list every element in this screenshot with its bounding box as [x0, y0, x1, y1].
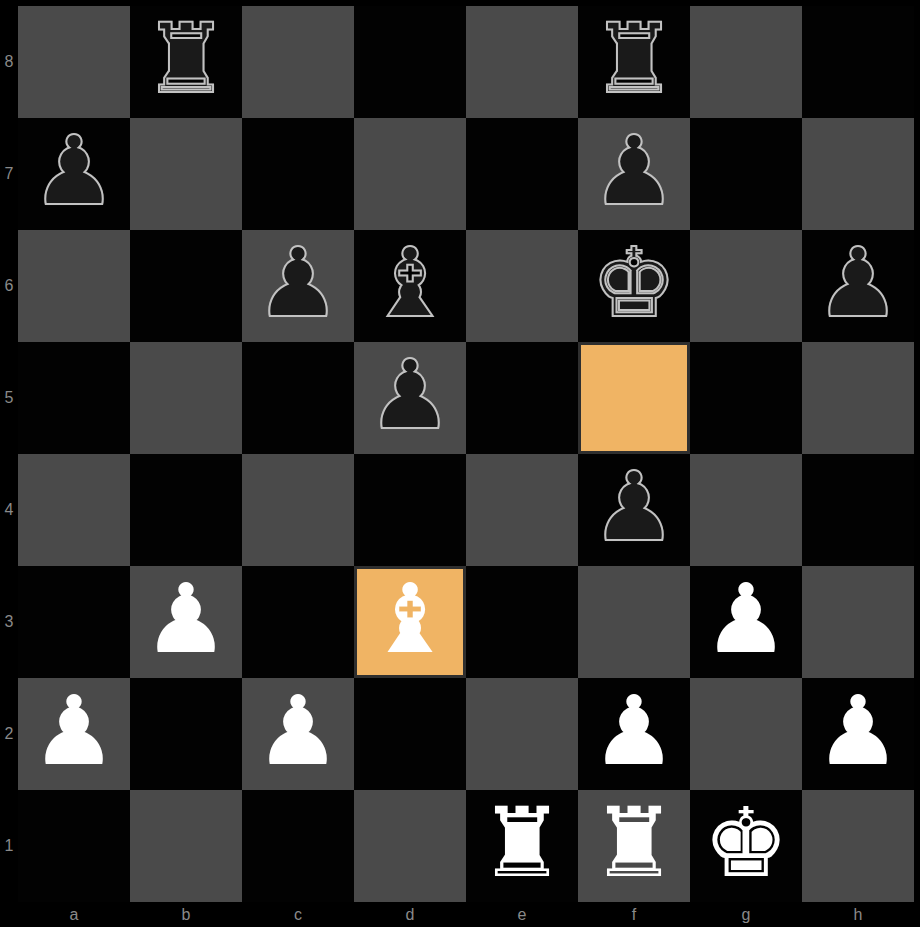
piece-black-bishop[interactable]: ♝ — [367, 235, 453, 331]
rank-label-7: 7 — [0, 118, 18, 230]
square-f4[interactable]: ♟ — [578, 454, 690, 566]
square-a8[interactable] — [18, 6, 130, 118]
square-c1[interactable] — [242, 790, 354, 902]
piece-white-rook[interactable]: ♜ — [479, 795, 565, 891]
file-label-b: b — [130, 902, 242, 927]
square-a6[interactable] — [18, 230, 130, 342]
file-label-f: f — [578, 902, 690, 927]
square-e2[interactable] — [466, 678, 578, 790]
square-g7[interactable] — [690, 118, 802, 230]
square-e1[interactable]: ♜ — [466, 790, 578, 902]
square-f3[interactable] — [578, 566, 690, 678]
square-a5[interactable] — [18, 342, 130, 454]
square-d3[interactable]: ♝ — [354, 566, 466, 678]
square-f2[interactable]: ♟ — [578, 678, 690, 790]
piece-black-pawn[interactable]: ♟ — [367, 347, 453, 443]
square-a7[interactable]: ♟ — [18, 118, 130, 230]
square-d6[interactable]: ♝ — [354, 230, 466, 342]
square-b5[interactable] — [130, 342, 242, 454]
square-e4[interactable] — [466, 454, 578, 566]
rank-label-2: 2 — [0, 678, 18, 790]
file-label-a: a — [18, 902, 130, 927]
square-c3[interactable] — [242, 566, 354, 678]
piece-black-king[interactable]: ♚ — [591, 235, 677, 331]
square-g1[interactable]: ♚ — [690, 790, 802, 902]
square-g2[interactable] — [690, 678, 802, 790]
rank-label-8: 8 — [0, 6, 18, 118]
rank-labels: 87654321 — [0, 6, 18, 902]
piece-white-bishop[interactable]: ♝ — [367, 571, 453, 667]
square-b3[interactable]: ♟ — [130, 566, 242, 678]
square-d1[interactable] — [354, 790, 466, 902]
piece-black-pawn[interactable]: ♟ — [815, 235, 901, 331]
square-e5[interactable] — [466, 342, 578, 454]
square-g3[interactable]: ♟ — [690, 566, 802, 678]
square-f6[interactable]: ♚ — [578, 230, 690, 342]
square-c5[interactable] — [242, 342, 354, 454]
chess-board[interactable]: ♜♜♟♟♟♝♚♟♟♟♟♝♟♟♟♟♟♜♜♚ — [18, 6, 914, 902]
square-f8[interactable]: ♜ — [578, 6, 690, 118]
square-g4[interactable] — [690, 454, 802, 566]
piece-white-king[interactable]: ♚ — [703, 795, 789, 891]
square-f1[interactable]: ♜ — [578, 790, 690, 902]
rank-label-4: 4 — [0, 454, 18, 566]
piece-white-pawn[interactable]: ♟ — [31, 683, 117, 779]
square-c4[interactable] — [242, 454, 354, 566]
square-c7[interactable] — [242, 118, 354, 230]
square-b8[interactable]: ♜ — [130, 6, 242, 118]
file-label-h: h — [802, 902, 914, 927]
square-f5[interactable] — [578, 342, 690, 454]
square-a3[interactable] — [18, 566, 130, 678]
square-e8[interactable] — [466, 6, 578, 118]
square-c2[interactable]: ♟ — [242, 678, 354, 790]
square-c8[interactable] — [242, 6, 354, 118]
rank-label-1: 1 — [0, 790, 18, 902]
square-h1[interactable] — [802, 790, 914, 902]
chess-board-screen: 87654321 ♜♜♟♟♟♝♚♟♟♟♟♝♟♟♟♟♟♜♜♚ abcdefgh — [0, 0, 920, 927]
square-h4[interactable] — [802, 454, 914, 566]
square-h6[interactable]: ♟ — [802, 230, 914, 342]
square-b2[interactable] — [130, 678, 242, 790]
piece-white-pawn[interactable]: ♟ — [143, 571, 229, 667]
square-b7[interactable] — [130, 118, 242, 230]
square-a1[interactable] — [18, 790, 130, 902]
square-b6[interactable] — [130, 230, 242, 342]
file-label-g: g — [690, 902, 802, 927]
piece-black-pawn[interactable]: ♟ — [591, 459, 677, 555]
square-g5[interactable] — [690, 342, 802, 454]
square-d5[interactable]: ♟ — [354, 342, 466, 454]
square-e6[interactable] — [466, 230, 578, 342]
square-b4[interactable] — [130, 454, 242, 566]
square-a2[interactable]: ♟ — [18, 678, 130, 790]
square-h3[interactable] — [802, 566, 914, 678]
square-c6[interactable]: ♟ — [242, 230, 354, 342]
rank-label-5: 5 — [0, 342, 18, 454]
square-f7[interactable]: ♟ — [578, 118, 690, 230]
file-label-c: c — [242, 902, 354, 927]
piece-black-pawn[interactable]: ♟ — [591, 123, 677, 219]
square-h7[interactable] — [802, 118, 914, 230]
file-labels: abcdefgh — [18, 902, 914, 927]
square-b1[interactable] — [130, 790, 242, 902]
square-d4[interactable] — [354, 454, 466, 566]
square-d7[interactable] — [354, 118, 466, 230]
file-label-d: d — [354, 902, 466, 927]
piece-white-pawn[interactable]: ♟ — [591, 683, 677, 779]
square-h2[interactable]: ♟ — [802, 678, 914, 790]
square-h5[interactable] — [802, 342, 914, 454]
square-a4[interactable] — [18, 454, 130, 566]
piece-white-pawn[interactable]: ♟ — [255, 683, 341, 779]
square-d2[interactable] — [354, 678, 466, 790]
piece-black-rook[interactable]: ♜ — [591, 11, 677, 107]
piece-white-rook[interactable]: ♜ — [591, 795, 677, 891]
square-d8[interactable] — [354, 6, 466, 118]
square-h8[interactable] — [802, 6, 914, 118]
piece-white-pawn[interactable]: ♟ — [815, 683, 901, 779]
file-label-e: e — [466, 902, 578, 927]
piece-black-pawn[interactable]: ♟ — [31, 123, 117, 219]
square-e7[interactable] — [466, 118, 578, 230]
piece-white-pawn[interactable]: ♟ — [703, 571, 789, 667]
square-g6[interactable] — [690, 230, 802, 342]
square-e3[interactable] — [466, 566, 578, 678]
piece-black-pawn[interactable]: ♟ — [255, 235, 341, 331]
rank-label-3: 3 — [0, 566, 18, 678]
piece-black-rook[interactable]: ♜ — [143, 11, 229, 107]
rank-label-6: 6 — [0, 230, 18, 342]
square-g8[interactable] — [690, 6, 802, 118]
